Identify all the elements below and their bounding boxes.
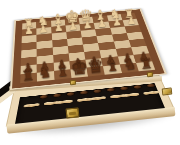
piece-bb: ♝ — [53, 62, 72, 79]
piece-wp: ♟ — [36, 23, 52, 35]
piece-wp: ♟ — [94, 18, 110, 30]
piece-br: ♜ — [137, 56, 155, 71]
square: ♞ — [37, 71, 54, 81]
piece-wp: ♟ — [65, 21, 81, 33]
piece-br: ♜ — [19, 68, 37, 83]
piece-wp: ♟ — [109, 16, 125, 28]
square: ♚ — [70, 68, 88, 78]
brass-board-hinge-left — [70, 80, 76, 85]
piece-bb: ♝ — [103, 57, 121, 74]
square — [52, 39, 68, 48]
square: ♜ — [136, 61, 155, 71]
piece-wp: ♟ — [50, 22, 66, 34]
piece-bn: ♞ — [36, 65, 54, 81]
square: ♟ — [108, 20, 124, 28]
piece-wp: ♟ — [80, 19, 96, 31]
piece-bq: ♛ — [86, 56, 105, 76]
square: ♜ — [20, 73, 37, 83]
chess-board-half: ♜♞♝♚♛♝♞♜♟♟♟♟♟♟♟♟♟♟♟♟♟♟♟♟♜♞♝♚♛♝♞♜ — [0, 0, 180, 145]
chess-set-product-photo: ♜♞♝♚♛♝♞♜♟♟♟♟♟♟♟♟♟♟♟♟♟♟♟♟♜♞♝♚♛♝♞♜ — [0, 0, 180, 145]
square: ♛ — [87, 66, 105, 76]
piece-wp: ♟ — [123, 15, 139, 27]
square: ♟ — [122, 19, 138, 27]
piece-bn: ♞ — [120, 57, 138, 73]
piece-bk: ♚ — [69, 57, 88, 78]
brass-hinge-right — [162, 87, 173, 95]
square: ♝ — [54, 69, 71, 79]
square: ♟ — [94, 22, 110, 30]
brass-board-hinge-right — [147, 72, 153, 77]
square: ♝ — [103, 65, 122, 75]
brass-clasp — [66, 107, 80, 118]
board-grid: ♜♞♝♚♛♝♞♜♟♟♟♟♟♟♟♟♟♟♟♟♟♟♟♟♜♞♝♚♛♝♞♜ — [20, 13, 155, 83]
square: ♞ — [120, 63, 139, 73]
piece-wp: ♟ — [21, 25, 37, 37]
